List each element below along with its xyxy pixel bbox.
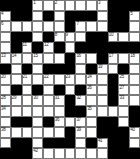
white-cell[interactable] — [43, 95, 54, 106]
white-cell[interactable]: 14 — [11, 53, 22, 64]
white-cell[interactable] — [22, 53, 33, 64]
clue-number: 38 — [1, 127, 5, 132]
black-cell — [108, 74, 119, 85]
white-cell[interactable] — [65, 42, 76, 53]
white-cell[interactable] — [0, 42, 11, 53]
white-cell[interactable]: 20 — [0, 74, 11, 85]
clue-number: 2 — [55, 0, 57, 5]
clue-number: 40 — [130, 127, 134, 132]
black-cell — [22, 64, 33, 75]
black-cell — [118, 148, 129, 159]
clue-number: 22 — [44, 74, 48, 79]
black-cell — [22, 148, 33, 159]
black-cell — [108, 85, 119, 96]
white-cell[interactable] — [54, 127, 65, 138]
white-cell[interactable] — [32, 11, 43, 22]
black-cell — [65, 11, 76, 22]
black-cell — [65, 95, 76, 106]
white-cell[interactable] — [129, 64, 140, 75]
clue-number: 8 — [55, 32, 57, 37]
clue-number: 30 — [33, 95, 37, 100]
white-cell[interactable]: 24 — [86, 74, 97, 85]
white-cell[interactable]: 7 — [75, 21, 86, 32]
white-cell[interactable]: 28 — [0, 95, 11, 106]
black-cell — [54, 138, 65, 149]
clue-number: 42 — [33, 148, 37, 153]
clue-number: 28 — [1, 95, 5, 100]
white-cell[interactable]: 17 — [108, 53, 119, 64]
black-cell — [43, 138, 54, 149]
white-cell[interactable] — [129, 21, 140, 32]
white-cell[interactable] — [108, 64, 119, 75]
black-cell — [86, 42, 97, 53]
clue-number: 33 — [119, 95, 123, 100]
white-cell[interactable]: 2 — [54, 0, 65, 11]
clue-number: 6 — [1, 21, 3, 26]
black-cell — [108, 148, 119, 159]
white-cell[interactable] — [118, 53, 129, 64]
white-cell[interactable] — [11, 74, 22, 85]
white-cell[interactable] — [22, 127, 33, 138]
white-cell[interactable] — [22, 21, 33, 32]
clue-number: 21 — [23, 74, 27, 79]
white-cell[interactable]: 35 — [86, 106, 97, 117]
white-cell[interactable] — [65, 85, 76, 96]
black-cell — [118, 0, 129, 11]
black-cell — [65, 127, 76, 138]
white-cell[interactable]: 25 — [118, 74, 129, 85]
black-cell — [43, 32, 54, 43]
white-cell[interactable] — [43, 106, 54, 117]
clue-number: 29 — [12, 95, 16, 100]
clue-number: 23 — [66, 74, 70, 79]
white-cell[interactable] — [129, 85, 140, 96]
black-cell — [32, 42, 43, 53]
black-cell — [54, 42, 65, 53]
white-cell[interactable] — [43, 53, 54, 64]
clue-number: 31 — [55, 95, 59, 100]
clue-number: 36 — [55, 117, 59, 122]
white-cell[interactable]: 32 — [75, 95, 86, 106]
white-cell[interactable]: 36 — [54, 117, 65, 128]
black-cell — [75, 11, 86, 22]
black-cell — [118, 21, 129, 32]
white-cell[interactable] — [32, 74, 43, 85]
white-cell[interactable]: 30 — [32, 95, 43, 106]
clue-number: 24 — [87, 74, 91, 79]
white-cell[interactable]: 13 — [0, 53, 11, 64]
white-cell[interactable]: 26 — [86, 85, 97, 96]
white-cell[interactable] — [65, 117, 76, 128]
black-cell — [108, 95, 119, 106]
white-cell[interactable] — [22, 95, 33, 106]
white-cell[interactable] — [97, 95, 108, 106]
white-cell[interactable]: 3 — [97, 0, 108, 11]
clue-number: 25 — [119, 74, 123, 79]
black-cell — [65, 64, 76, 75]
white-cell[interactable]: 8 — [54, 32, 65, 43]
white-cell[interactable] — [54, 53, 65, 64]
black-cell — [22, 138, 33, 149]
white-cell[interactable] — [65, 148, 76, 159]
white-cell[interactable] — [54, 21, 65, 32]
crossword-grid: 1234567891011121314151617181920212223242… — [0, 0, 140, 159]
clue-number: 9 — [66, 32, 68, 37]
white-cell[interactable] — [32, 21, 43, 32]
black-cell — [97, 53, 108, 64]
white-cell[interactable]: 21 — [22, 74, 33, 85]
black-cell — [108, 138, 119, 149]
clue-number: 17 — [109, 53, 113, 58]
white-cell[interactable]: 37 — [75, 117, 86, 128]
white-cell[interactable] — [118, 32, 129, 43]
black-cell — [54, 85, 65, 96]
black-cell — [22, 0, 33, 11]
clue-number: 5 — [130, 11, 132, 16]
black-cell — [0, 148, 11, 159]
white-cell[interactable] — [54, 11, 65, 22]
white-cell[interactable] — [32, 127, 43, 138]
white-cell[interactable] — [97, 106, 108, 117]
black-cell — [129, 106, 140, 117]
white-cell[interactable] — [86, 148, 97, 159]
white-cell[interactable] — [22, 85, 33, 96]
white-cell[interactable] — [43, 148, 54, 159]
white-cell[interactable] — [11, 21, 22, 32]
clue-number: 1 — [33, 0, 35, 5]
black-cell — [118, 138, 129, 149]
white-cell[interactable]: 5 — [129, 11, 140, 22]
black-cell — [118, 64, 129, 75]
clue-number: 34 — [1, 106, 5, 111]
clue-number: 18 — [130, 53, 134, 58]
black-cell — [22, 32, 33, 43]
clue-number: 4 — [1, 11, 3, 16]
black-cell — [65, 21, 76, 32]
white-cell[interactable] — [11, 127, 22, 138]
white-cell[interactable] — [43, 127, 54, 138]
clue-number: 37 — [76, 117, 80, 122]
white-cell[interactable] — [75, 74, 86, 85]
white-cell[interactable] — [86, 0, 97, 11]
black-cell — [22, 117, 33, 128]
white-cell[interactable]: 4 — [0, 11, 11, 22]
black-cell — [11, 11, 22, 22]
white-cell[interactable] — [43, 0, 54, 11]
black-cell — [97, 117, 108, 128]
black-cell — [11, 32, 22, 43]
white-cell[interactable]: 15 — [32, 53, 43, 64]
clue-number: 11 — [23, 42, 27, 47]
white-cell[interactable] — [118, 106, 129, 117]
black-cell — [0, 64, 11, 75]
white-cell[interactable] — [86, 95, 97, 106]
clue-number: 14 — [12, 53, 16, 58]
white-cell[interactable]: 41 — [97, 138, 108, 149]
black-cell — [43, 11, 54, 22]
white-cell[interactable] — [97, 11, 108, 22]
black-cell — [11, 138, 22, 149]
white-cell[interactable]: 27 — [118, 85, 129, 96]
white-cell[interactable] — [11, 106, 22, 117]
white-cell[interactable]: 39 — [75, 127, 86, 138]
black-cell — [11, 85, 22, 96]
clue-number: 41 — [98, 138, 102, 143]
black-cell — [86, 32, 97, 43]
white-cell[interactable] — [129, 74, 140, 85]
black-cell — [11, 0, 22, 11]
white-cell[interactable] — [65, 0, 76, 11]
clue-number: 13 — [1, 53, 5, 58]
black-cell — [75, 85, 86, 96]
clue-number: 3 — [98, 0, 100, 5]
black-cell — [129, 0, 140, 11]
black-cell — [118, 42, 129, 53]
white-cell[interactable] — [86, 117, 97, 128]
black-cell — [129, 148, 140, 159]
clue-number: 7 — [76, 21, 78, 26]
white-cell[interactable] — [86, 127, 97, 138]
black-cell — [65, 106, 76, 117]
white-cell[interactable] — [86, 53, 97, 64]
black-cell — [86, 64, 97, 75]
clue-number: 20 — [1, 74, 5, 79]
black-cell — [22, 11, 33, 22]
white-cell[interactable] — [86, 21, 97, 32]
white-cell[interactable] — [0, 117, 11, 128]
white-cell[interactable] — [75, 32, 86, 43]
clue-number: 32 — [76, 95, 80, 100]
black-cell — [108, 42, 119, 53]
white-cell[interactable] — [54, 74, 65, 85]
black-cell — [118, 127, 129, 138]
white-cell[interactable] — [32, 106, 43, 117]
black-cell — [11, 42, 22, 53]
black-cell — [97, 42, 108, 53]
black-cell — [75, 106, 86, 117]
white-cell[interactable]: 40 — [129, 127, 140, 138]
white-cell[interactable] — [75, 0, 86, 11]
white-cell[interactable]: 11 — [22, 42, 33, 53]
black-cell — [43, 64, 54, 75]
white-cell[interactable] — [0, 138, 11, 149]
clue-number: 12 — [44, 42, 48, 47]
white-cell[interactable]: 22 — [43, 74, 54, 85]
white-cell[interactable]: 34 — [0, 106, 11, 117]
white-cell[interactable] — [54, 106, 65, 117]
white-cell[interactable]: 23 — [65, 74, 76, 85]
white-cell[interactable] — [43, 21, 54, 32]
white-cell[interactable] — [97, 85, 108, 96]
white-cell[interactable] — [22, 106, 33, 117]
white-cell[interactable] — [129, 138, 140, 149]
white-cell[interactable] — [75, 64, 86, 75]
white-cell[interactable] — [97, 74, 108, 85]
black-cell — [118, 11, 129, 22]
black-cell — [65, 138, 76, 149]
white-cell[interactable]: 10 — [108, 32, 119, 43]
white-cell[interactable] — [75, 148, 86, 159]
clue-number: 10 — [109, 32, 113, 37]
clue-number: 27 — [119, 85, 123, 90]
white-cell[interactable]: 1 — [32, 0, 43, 11]
white-cell[interactable] — [97, 148, 108, 159]
white-cell[interactable] — [129, 95, 140, 106]
white-cell[interactable] — [0, 85, 11, 96]
white-cell[interactable]: 38 — [0, 127, 11, 138]
black-cell — [11, 148, 22, 159]
white-cell[interactable]: 12 — [43, 42, 54, 53]
clue-number: 16 — [76, 53, 80, 58]
white-cell[interactable] — [129, 32, 140, 43]
white-cell[interactable] — [32, 138, 43, 149]
black-cell — [0, 0, 11, 11]
white-cell[interactable] — [0, 32, 11, 43]
white-cell[interactable] — [11, 64, 22, 75]
black-cell — [75, 42, 86, 53]
clue-number: 15 — [33, 53, 37, 58]
black-cell — [86, 138, 97, 149]
white-cell[interactable]: 6 — [0, 21, 11, 32]
white-cell[interactable] — [97, 21, 108, 32]
black-cell — [108, 127, 119, 138]
white-cell[interactable]: 16 — [75, 53, 86, 64]
white-cell[interactable] — [32, 117, 43, 128]
black-cell — [108, 21, 119, 32]
white-cell[interactable]: 31 — [54, 95, 65, 106]
black-cell — [65, 53, 76, 64]
clue-number: 19 — [98, 64, 102, 69]
white-cell[interactable] — [43, 85, 54, 96]
white-cell[interactable]: 42 — [32, 148, 43, 159]
black-cell — [108, 0, 119, 11]
black-cell — [11, 117, 22, 128]
white-cell[interactable]: 18 — [129, 53, 140, 64]
white-cell[interactable] — [54, 148, 65, 159]
white-cell[interactable] — [108, 106, 119, 117]
black-cell — [43, 117, 54, 128]
white-cell[interactable]: 33 — [118, 95, 129, 106]
black-cell — [108, 11, 119, 22]
white-cell[interactable] — [32, 32, 43, 43]
black-cell — [86, 11, 97, 22]
white-cell[interactable]: 29 — [11, 95, 22, 106]
clue-number: 35 — [87, 106, 91, 111]
black-cell — [54, 64, 65, 75]
white-cell[interactable] — [118, 117, 129, 128]
white-cell[interactable]: 19 — [97, 64, 108, 75]
black-cell — [108, 117, 119, 128]
white-cell[interactable] — [75, 138, 86, 149]
black-cell — [32, 85, 43, 96]
black-cell — [129, 42, 140, 53]
white-cell[interactable]: 9 — [65, 32, 76, 43]
white-cell[interactable] — [32, 64, 43, 75]
black-cell — [97, 32, 108, 43]
black-cell — [97, 127, 108, 138]
black-cell — [129, 117, 140, 128]
clue-number: 26 — [87, 85, 91, 90]
clue-number: 39 — [76, 127, 80, 132]
